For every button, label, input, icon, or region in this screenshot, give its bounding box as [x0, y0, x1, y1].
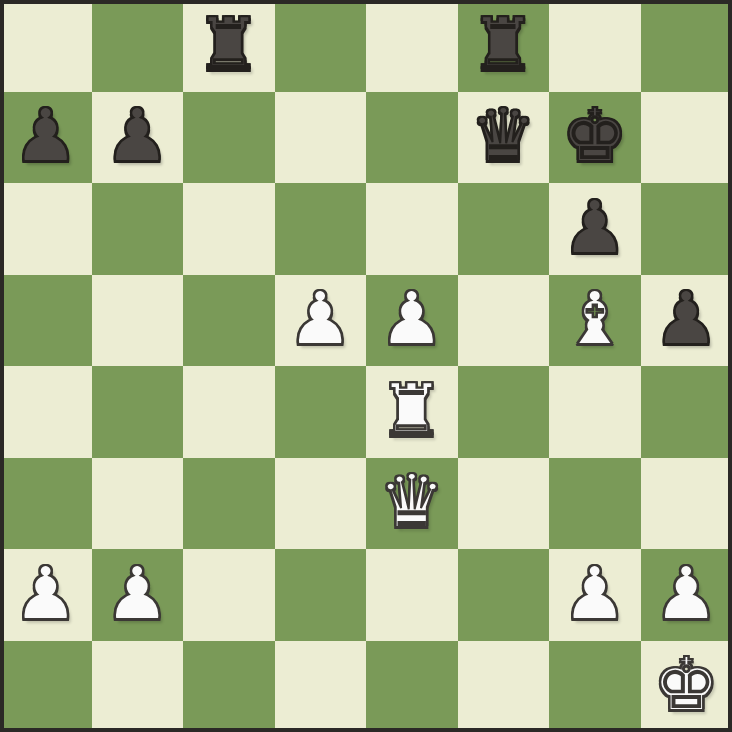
black-pawn[interactable]: ♟: [562, 190, 628, 264]
square-f3[interactable]: [458, 458, 550, 550]
square-b6[interactable]: [92, 183, 184, 275]
square-f1[interactable]: [458, 641, 550, 732]
black-rook[interactable]: ♜: [196, 7, 262, 81]
chess-board-wrap: ♜♜♟♟♛♚♟♟♟♝♟♜♛♟♟♟♟♚: [0, 0, 732, 732]
white-pawn[interactable]: ♟: [562, 556, 628, 630]
square-d1[interactable]: [275, 641, 367, 732]
square-d8[interactable]: [275, 0, 367, 92]
square-g4[interactable]: [549, 366, 641, 458]
square-h3[interactable]: [641, 458, 732, 550]
square-b8[interactable]: [92, 0, 184, 92]
square-g1[interactable]: [549, 641, 641, 732]
white-pawn[interactable]: ♟: [287, 281, 353, 355]
square-h4[interactable]: [641, 366, 732, 458]
square-a3[interactable]: [0, 458, 92, 550]
square-d7[interactable]: [275, 92, 367, 184]
square-f8[interactable]: ♜: [458, 0, 550, 92]
square-b4[interactable]: [92, 366, 184, 458]
square-b5[interactable]: [92, 275, 184, 367]
square-c5[interactable]: [183, 275, 275, 367]
square-g7[interactable]: ♚: [549, 92, 641, 184]
square-a1[interactable]: [0, 641, 92, 732]
black-queen[interactable]: ♛: [470, 98, 536, 172]
square-a2[interactable]: ♟: [0, 549, 92, 641]
square-b1[interactable]: [92, 641, 184, 732]
square-f4[interactable]: [458, 366, 550, 458]
square-b3[interactable]: [92, 458, 184, 550]
square-e2[interactable]: [366, 549, 458, 641]
square-e4[interactable]: ♜: [366, 366, 458, 458]
square-g6[interactable]: ♟: [549, 183, 641, 275]
square-f2[interactable]: [458, 549, 550, 641]
square-e6[interactable]: [366, 183, 458, 275]
square-a7[interactable]: ♟: [0, 92, 92, 184]
square-e5[interactable]: ♟: [366, 275, 458, 367]
square-e8[interactable]: [366, 0, 458, 92]
square-f5[interactable]: [458, 275, 550, 367]
square-d3[interactable]: [275, 458, 367, 550]
square-h1[interactable]: ♚: [641, 641, 732, 732]
square-a8[interactable]: [0, 0, 92, 92]
square-d2[interactable]: [275, 549, 367, 641]
square-h2[interactable]: ♟: [641, 549, 732, 641]
square-a5[interactable]: [0, 275, 92, 367]
square-g8[interactable]: [549, 0, 641, 92]
square-h6[interactable]: [641, 183, 732, 275]
square-d4[interactable]: [275, 366, 367, 458]
square-b2[interactable]: ♟: [92, 549, 184, 641]
square-f6[interactable]: [458, 183, 550, 275]
square-b7[interactable]: ♟: [92, 92, 184, 184]
square-g2[interactable]: ♟: [549, 549, 641, 641]
square-h5[interactable]: ♟: [641, 275, 732, 367]
square-c7[interactable]: [183, 92, 275, 184]
white-pawn[interactable]: ♟: [13, 556, 79, 630]
square-h7[interactable]: [641, 92, 732, 184]
square-e7[interactable]: [366, 92, 458, 184]
black-pawn[interactable]: ♟: [13, 98, 79, 172]
square-g3[interactable]: [549, 458, 641, 550]
square-c4[interactable]: [183, 366, 275, 458]
black-rook[interactable]: ♜: [470, 7, 536, 81]
square-c2[interactable]: [183, 549, 275, 641]
black-pawn[interactable]: ♟: [104, 98, 170, 172]
white-queen[interactable]: ♛: [379, 464, 445, 538]
white-pawn[interactable]: ♟: [379, 281, 445, 355]
square-c6[interactable]: [183, 183, 275, 275]
white-king[interactable]: ♚: [653, 647, 719, 721]
square-h8[interactable]: [641, 0, 732, 92]
square-f7[interactable]: ♛: [458, 92, 550, 184]
white-pawn[interactable]: ♟: [653, 556, 719, 630]
square-g5[interactable]: ♝: [549, 275, 641, 367]
black-pawn[interactable]: ♟: [653, 281, 719, 355]
square-d5[interactable]: ♟: [275, 275, 367, 367]
square-c8[interactable]: ♜: [183, 0, 275, 92]
square-a4[interactable]: [0, 366, 92, 458]
white-rook[interactable]: ♜: [379, 373, 445, 447]
white-pawn[interactable]: ♟: [104, 556, 170, 630]
square-d6[interactable]: [275, 183, 367, 275]
square-c3[interactable]: [183, 458, 275, 550]
chess-board: ♜♜♟♟♛♚♟♟♟♝♟♜♛♟♟♟♟♚: [0, 0, 732, 732]
white-bishop[interactable]: ♝: [562, 281, 628, 355]
square-e3[interactable]: ♛: [366, 458, 458, 550]
square-c1[interactable]: [183, 641, 275, 732]
square-a6[interactable]: [0, 183, 92, 275]
black-king[interactable]: ♚: [562, 98, 628, 172]
square-e1[interactable]: [366, 641, 458, 732]
